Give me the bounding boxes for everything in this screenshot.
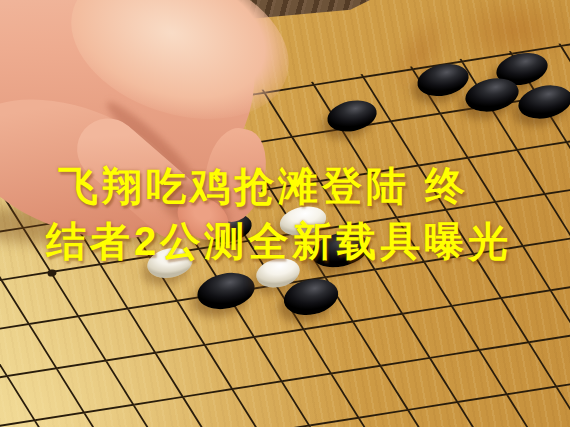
go-photo-scene: 飞翔吃鸡抢滩登陆 终 结者2公测全新载具曝光 <box>0 0 570 427</box>
hand <box>0 0 570 427</box>
headline-line-2: 结者2公测全新载具曝光 <box>46 221 512 261</box>
headline-line-1: 飞翔吃鸡抢滩登陆 终 <box>58 166 469 206</box>
